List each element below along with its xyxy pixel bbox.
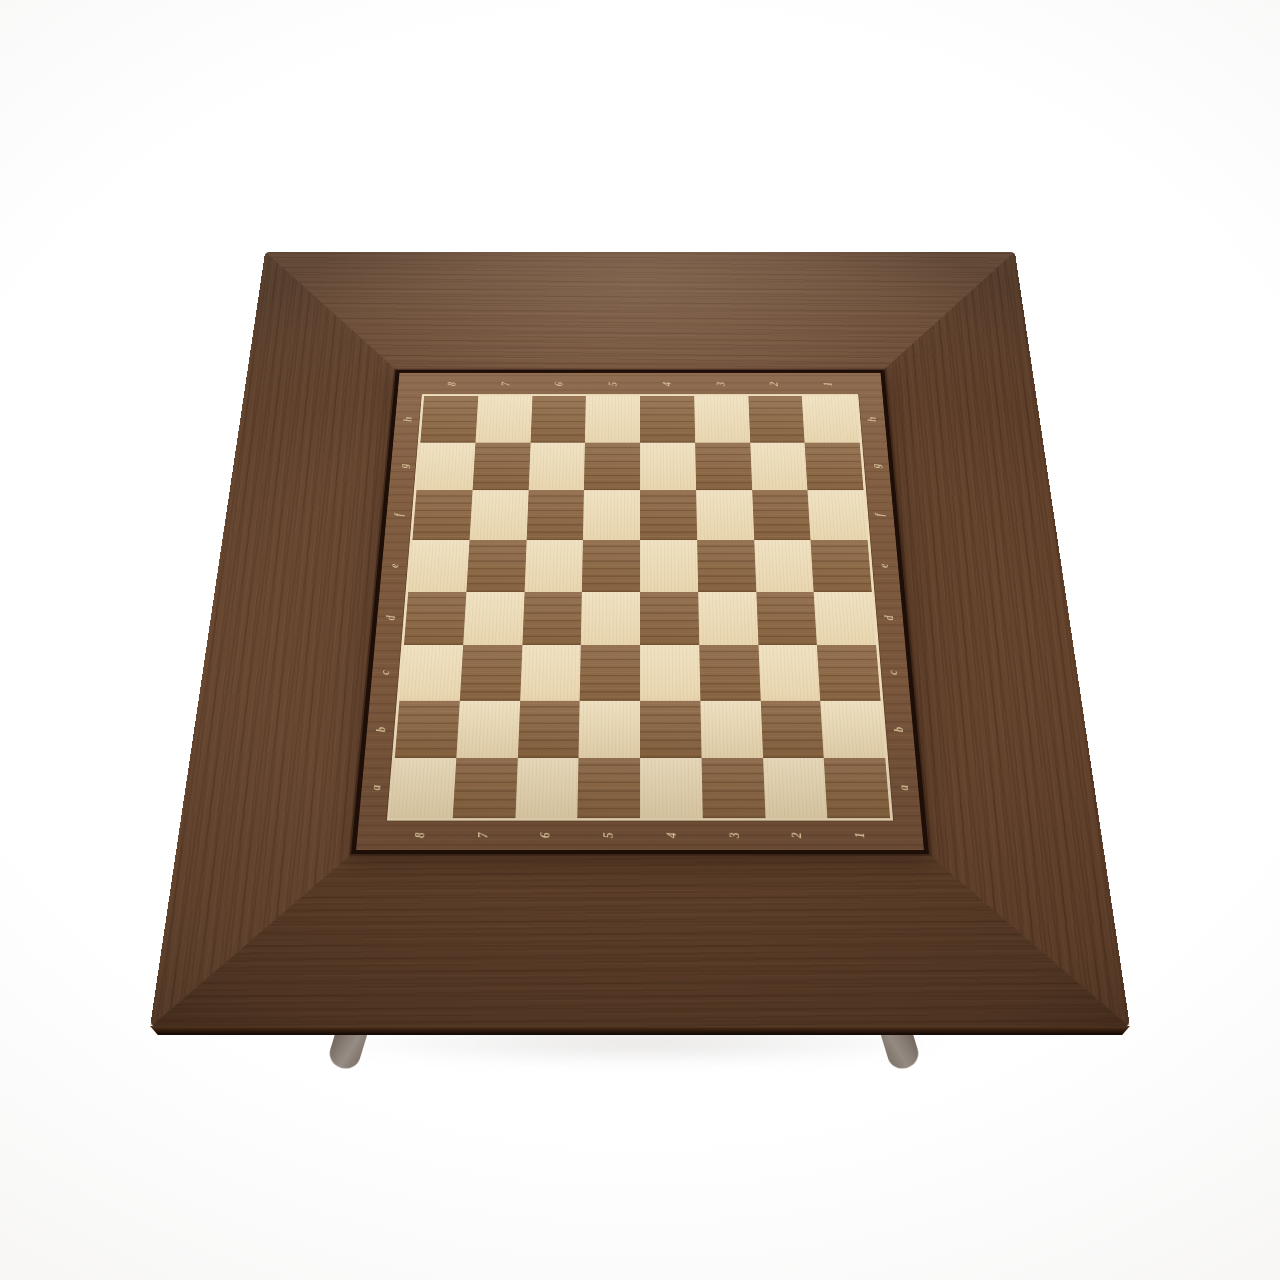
coord-label-left-e: e: [388, 564, 402, 568]
coord-label-left-a: a: [368, 785, 383, 791]
square-b2: [760, 701, 824, 759]
coord-label-right-c: c: [887, 670, 902, 675]
coord-label-bottom-2: 2: [789, 832, 804, 838]
square-e1: [811, 540, 872, 592]
square-g8: [416, 442, 475, 490]
square-e3: [697, 540, 756, 592]
square-c1: [817, 645, 881, 701]
square-e2: [754, 540, 814, 592]
square-g5: [584, 442, 640, 490]
square-a7: [452, 758, 517, 818]
coord-label-bottom-7: 7: [475, 832, 490, 838]
coord-label-right-h: h: [865, 417, 878, 422]
square-h7: [475, 396, 532, 442]
square-f2: [752, 490, 811, 540]
square-c2: [758, 645, 820, 701]
square-b4: [640, 701, 701, 759]
square-h5: [585, 396, 640, 442]
square-h1: [802, 396, 860, 442]
coord-label-left-c: c: [379, 670, 394, 675]
square-e6: [524, 540, 583, 592]
square-g7: [472, 442, 530, 490]
product-photo-stage: Overhead product photo of a square walnu…: [0, 0, 1280, 1280]
coord-label-top-4: 4: [660, 382, 673, 386]
square-e5: [582, 540, 640, 592]
coords-top: 87654321: [424, 375, 855, 392]
square-f7: [469, 490, 528, 540]
square-e4: [640, 540, 698, 592]
square-h2: [748, 396, 805, 442]
square-f1: [808, 490, 868, 540]
coord-label-right-g: g: [869, 464, 883, 468]
coord-label-right-a: a: [896, 785, 911, 791]
square-h3: [694, 396, 750, 442]
square-h6: [530, 396, 586, 442]
square-c5: [580, 645, 640, 701]
square-g1: [805, 442, 864, 490]
square-c8: [399, 645, 463, 701]
square-e7: [466, 540, 526, 592]
square-f5: [583, 490, 640, 540]
chess-board: 87654321 87654321 hgfedcba hgfedcba: [356, 373, 924, 850]
square-d8: [404, 592, 466, 645]
square-b5: [579, 701, 640, 759]
square-h8: [420, 396, 478, 442]
square-d4: [640, 592, 699, 645]
square-f6: [526, 490, 584, 540]
square-c3: [699, 645, 760, 701]
square-g4: [640, 442, 696, 490]
square-f8: [412, 490, 472, 540]
square-e8: [408, 540, 469, 592]
square-f3: [696, 490, 754, 540]
coord-label-bottom-8: 8: [412, 832, 427, 838]
coord-label-left-h: h: [401, 417, 414, 422]
square-b8: [395, 701, 460, 759]
coord-label-top-8: 8: [445, 382, 458, 386]
coord-label-top-3: 3: [714, 382, 727, 386]
square-b3: [700, 701, 762, 759]
table-front-edge: [150, 1026, 1130, 1035]
coord-label-bottom-6: 6: [538, 832, 553, 838]
square-g2: [750, 442, 808, 490]
square-c6: [520, 645, 581, 701]
square-a2: [763, 758, 828, 818]
square-b7: [456, 701, 520, 759]
coord-label-bottom-4: 4: [664, 832, 679, 838]
maple-inlay-line: [387, 394, 893, 820]
coord-label-right-d: d: [882, 616, 896, 621]
coord-label-left-g: g: [397, 464, 411, 468]
coord-label-bottom-5: 5: [601, 832, 616, 838]
chess-table-top: 87654321 87654321 hgfedcba hgfedcba: [150, 252, 1130, 1027]
square-b6: [517, 701, 579, 759]
square-a3: [701, 758, 765, 818]
square-a5: [577, 758, 640, 818]
squares-grid: [390, 396, 890, 818]
square-d7: [463, 592, 524, 645]
coord-label-top-5: 5: [607, 382, 620, 386]
square-g6: [528, 442, 585, 490]
square-d6: [522, 592, 582, 645]
square-c4: [640, 645, 700, 701]
coord-label-top-7: 7: [499, 382, 512, 386]
coord-label-top-1: 1: [821, 382, 834, 386]
square-h4: [640, 396, 695, 442]
square-d3: [698, 592, 758, 645]
square-d1: [814, 592, 876, 645]
coord-label-right-b: b: [891, 726, 906, 731]
coord-label-left-d: d: [384, 616, 398, 621]
square-b1: [820, 701, 885, 759]
coord-label-left-b: b: [374, 726, 389, 731]
coord-label-bottom-1: 1: [852, 832, 867, 838]
square-d2: [756, 592, 817, 645]
coord-label-left-f: f: [393, 513, 407, 516]
square-a1: [824, 758, 890, 818]
square-a6: [515, 758, 579, 818]
square-a8: [390, 758, 456, 818]
square-d5: [581, 592, 640, 645]
coord-label-bottom-3: 3: [727, 832, 742, 838]
square-g3: [695, 442, 752, 490]
coord-label-right-e: e: [878, 564, 892, 568]
coord-label-top-6: 6: [553, 382, 566, 386]
coord-label-right-f: f: [873, 513, 887, 516]
square-f4: [640, 490, 697, 540]
coord-label-top-2: 2: [768, 382, 781, 386]
square-a4: [640, 758, 703, 818]
square-c7: [460, 645, 522, 701]
coords-bottom: 87654321: [388, 823, 893, 847]
